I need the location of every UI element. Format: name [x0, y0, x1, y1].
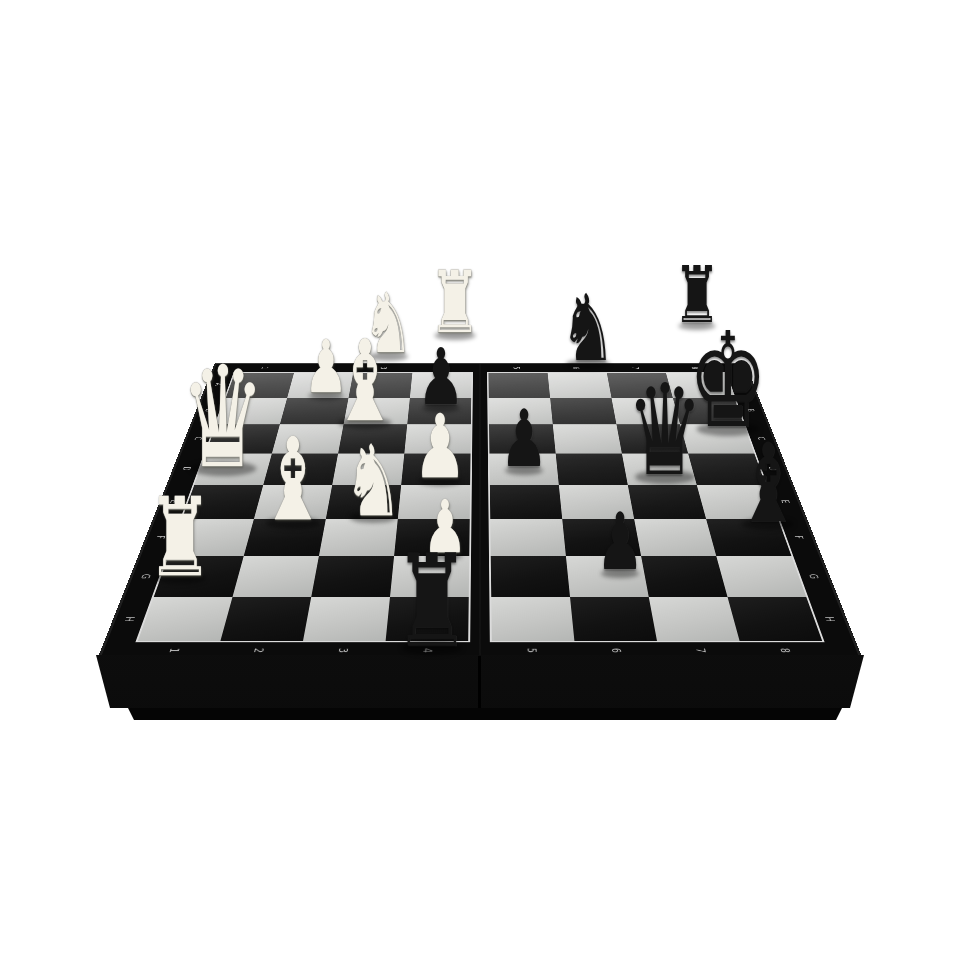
square-G7[interactable] [641, 556, 727, 597]
queen-glyph: ♛ [180, 363, 265, 472]
square-H2[interactable] [220, 597, 311, 642]
square-H5[interactable] [491, 597, 574, 642]
bishop-glyph: ♝ [331, 338, 399, 425]
front-label-7: 7 [657, 642, 745, 658]
square-G2[interactable] [233, 556, 319, 597]
front-label-5: 5 [490, 642, 575, 658]
pawn-glyph: ♟ [413, 413, 467, 482]
square-H1[interactable] [138, 597, 233, 642]
rook-glyph: ♜ [429, 269, 481, 336]
queen-glyph: ♛ [627, 382, 704, 480]
square-G3[interactable] [311, 556, 394, 597]
bishop-glyph: ♝ [735, 441, 801, 526]
square-H3[interactable] [303, 597, 390, 642]
knight-glyph: ♞ [560, 293, 616, 365]
square-C6[interactable] [553, 424, 622, 453]
square-D6[interactable] [556, 453, 628, 484]
square-B6[interactable] [550, 398, 616, 425]
front-label-6: 6 [574, 642, 661, 658]
square-H7[interactable] [649, 597, 740, 642]
square-H8[interactable] [727, 597, 822, 642]
front-label-8: 8 [741, 642, 831, 658]
square-G5[interactable] [491, 556, 570, 597]
product-photo: { "game": "chess", "scene": { "descripti… [0, 0, 960, 960]
case-hinge-seam [478, 656, 481, 708]
square-E5[interactable] [490, 485, 562, 519]
rim-front-right: 5678 [490, 642, 831, 658]
square-G8[interactable] [716, 556, 806, 597]
pawn-glyph: ♟ [500, 409, 548, 471]
square-F5[interactable] [490, 519, 566, 556]
square-F7[interactable] [634, 519, 716, 556]
front-label-3: 3 [300, 642, 387, 658]
pawn-glyph: ♟ [596, 512, 644, 574]
front-label-1: 1 [129, 642, 219, 658]
square-H6[interactable] [570, 597, 657, 642]
bishop-glyph: ♝ [258, 436, 327, 525]
back-label-5: 5 [487, 364, 547, 372]
rook-glyph: ♜ [393, 552, 470, 651]
front-label-2: 2 [215, 642, 303, 658]
rook-glyph: ♜ [147, 495, 213, 580]
knight-glyph: ♞ [343, 443, 403, 519]
